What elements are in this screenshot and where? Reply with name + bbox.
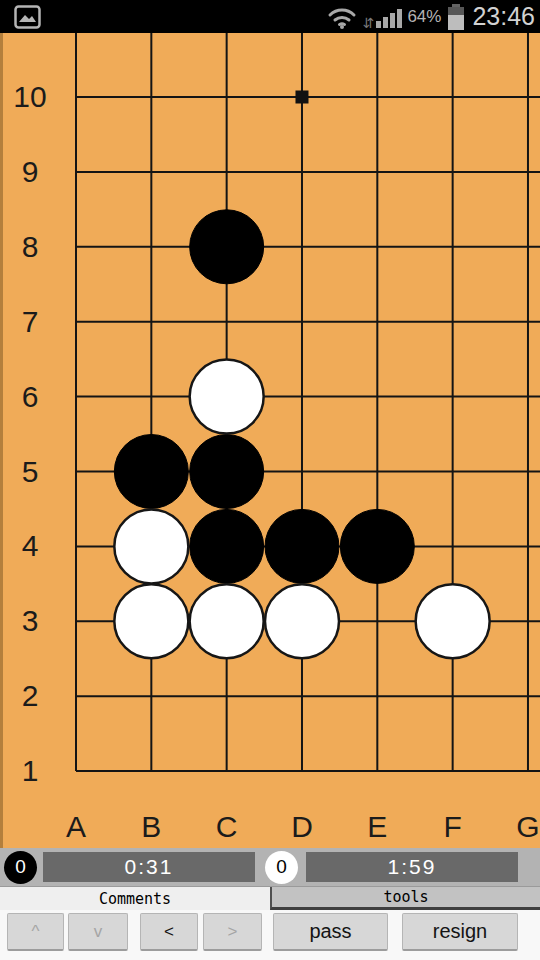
row-label-9: 9	[22, 155, 39, 188]
tab-bar: Comments tools	[0, 886, 540, 910]
prev-move-button[interactable]: <	[140, 913, 198, 951]
black-captures-badge: 0	[4, 851, 37, 884]
col-label-A: A	[66, 810, 86, 843]
star-point-D10	[295, 91, 308, 104]
row-label-6: 6	[22, 380, 39, 413]
row-label-2: 2	[22, 679, 39, 712]
white-captures-count: 0	[276, 856, 287, 878]
go-board[interactable]: 10987654321ABCDEFG	[0, 33, 540, 848]
col-label-E: E	[367, 810, 387, 843]
row-label-8: 8	[22, 230, 39, 263]
black-stone-C4	[190, 509, 264, 583]
row-label-10: 10	[13, 80, 46, 113]
pass-button[interactable]: pass	[273, 913, 388, 951]
status-bar: ⇵ 64% 23:46	[0, 0, 540, 33]
white-stone-B4	[114, 509, 188, 583]
row-label-7: 7	[22, 305, 39, 338]
black-stone-E4	[340, 509, 414, 583]
tab-comments[interactable]: Comments	[0, 887, 270, 910]
white-clock: 1:59	[306, 852, 518, 882]
signal-icon	[376, 6, 402, 28]
data-updown-icon: ⇵	[363, 16, 375, 30]
white-stone-F3	[416, 584, 490, 658]
black-stone-B5	[114, 435, 188, 509]
battery-percent: 64%	[407, 7, 441, 27]
status-time: 23:46	[472, 2, 535, 31]
variation-down-button[interactable]: v	[68, 913, 128, 951]
col-label-D: D	[291, 810, 313, 843]
board-left-shadow	[0, 33, 3, 848]
black-stone-C5	[190, 435, 264, 509]
tab-tools[interactable]: tools	[270, 887, 540, 910]
next-move-button[interactable]: >	[203, 913, 262, 951]
row-label-1: 1	[22, 754, 39, 787]
col-label-F: F	[443, 810, 461, 843]
black-captures-count: 0	[15, 856, 26, 878]
col-label-B: B	[141, 810, 161, 843]
white-stone-D3	[265, 584, 339, 658]
white-stone-B3	[114, 584, 188, 658]
white-stone-C6	[190, 360, 264, 434]
col-label-G: G	[516, 810, 539, 843]
wifi-icon	[326, 5, 358, 29]
black-stone-D4	[265, 509, 339, 583]
row-label-5: 5	[22, 455, 39, 488]
gallery-icon	[14, 5, 41, 29]
status-icons: ⇵ 64% 23:46	[326, 2, 540, 31]
black-stone-C8	[190, 210, 264, 284]
resign-button[interactable]: resign	[402, 913, 518, 951]
variation-up-button[interactable]: ^	[7, 913, 64, 951]
app-screen: ⇵ 64% 23:46 10987654321ABCDEFG 0 0:31	[0, 0, 540, 960]
row-label-3: 3	[22, 604, 39, 637]
white-captures-badge: 0	[265, 851, 298, 884]
white-stone-C3	[190, 584, 264, 658]
row-label-4: 4	[22, 529, 39, 562]
clock-panel: 0 0:31 0 1:59	[0, 848, 540, 886]
control-button-row: ^v<>passresign	[0, 910, 540, 960]
battery-icon	[448, 4, 464, 30]
col-label-C: C	[216, 810, 238, 843]
black-clock: 0:31	[43, 852, 255, 882]
